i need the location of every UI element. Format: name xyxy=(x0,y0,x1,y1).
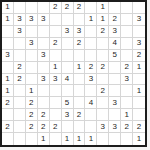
clue-digit: 3 xyxy=(112,27,116,35)
clue-digit: 1 xyxy=(101,3,105,11)
cell-r9c4[interactable] xyxy=(50,109,62,121)
cell-r5c7[interactable]: 2 xyxy=(85,62,97,74)
clue-digit: 3 xyxy=(124,75,128,83)
cell-r7c4[interactable] xyxy=(50,85,62,97)
cell-r4c3[interactable]: 3 xyxy=(38,50,50,62)
cell-r3c5[interactable] xyxy=(62,38,74,50)
cell-r11c10[interactable] xyxy=(121,133,133,145)
clue-digit: 3 xyxy=(77,27,81,35)
cell-r6c10[interactable]: 3 xyxy=(121,74,133,86)
cell-r2c0[interactable] xyxy=(2,26,14,38)
cell-r0c0[interactable]: 1 xyxy=(2,2,14,14)
cell-r2c9[interactable]: 3 xyxy=(109,26,121,38)
cell-r3c6[interactable]: 2 xyxy=(74,38,86,50)
clue-digit: 3 xyxy=(65,27,69,35)
cell-r3c9[interactable]: 4 xyxy=(109,38,121,50)
cell-r5c9[interactable] xyxy=(109,62,121,74)
cell-r11c1[interactable] xyxy=(14,133,26,145)
clue-digit: 1 xyxy=(137,135,141,143)
cell-r10c11[interactable]: 2 xyxy=(133,121,145,133)
clue-digit: 5 xyxy=(112,51,116,59)
puzzle-window: 1222113331123333233224333522112221123343… xyxy=(0,0,150,150)
clue-digit: 2 xyxy=(77,3,81,11)
clue-digit: 2 xyxy=(53,123,57,131)
clue-digit: 2 xyxy=(41,111,45,119)
cell-r0c10[interactable] xyxy=(121,2,133,14)
clue-digit: 2 xyxy=(17,75,21,83)
cell-r10c10[interactable]: 2 xyxy=(121,121,133,133)
clue-digit: 2 xyxy=(53,3,57,11)
clue-digit: 2 xyxy=(77,111,81,119)
cell-r5c3[interactable] xyxy=(38,62,50,74)
cell-r4c6[interactable] xyxy=(74,50,86,62)
cell-r11c5[interactable]: 1 xyxy=(62,133,74,145)
clue-digit: 3 xyxy=(29,39,33,47)
clue-digit: 3 xyxy=(65,111,69,119)
cell-r2c2[interactable] xyxy=(26,26,38,38)
clue-digit: 1 xyxy=(5,75,9,83)
cell-r4c9[interactable]: 5 xyxy=(109,50,121,62)
cell-r11c3[interactable]: 1 xyxy=(38,133,50,145)
cell-r10c8[interactable]: 3 xyxy=(97,121,109,133)
cell-r4c0[interactable]: 3 xyxy=(2,50,14,62)
cell-r2c5[interactable]: 3 xyxy=(62,26,74,38)
cell-r3c4[interactable]: 2 xyxy=(50,38,62,50)
clue-digit: 3 xyxy=(112,99,116,107)
cell-r4c11[interactable]: 2 xyxy=(133,50,145,62)
clue-digit: 2 xyxy=(137,123,141,131)
clue-digit: 1 xyxy=(137,87,141,95)
cell-r3c11[interactable]: 3 xyxy=(133,38,145,50)
cell-r0c9[interactable] xyxy=(109,2,121,14)
cell-r1c10[interactable] xyxy=(121,14,133,26)
cell-r2c1[interactable]: 3 xyxy=(14,26,26,38)
clue-digit: 2 xyxy=(124,123,128,131)
clue-digit: 1 xyxy=(29,87,33,95)
cell-r4c10[interactable] xyxy=(121,50,133,62)
cell-r0c2[interactable] xyxy=(26,2,38,14)
cell-r2c3[interactable] xyxy=(38,26,50,38)
cell-r9c7[interactable] xyxy=(85,109,97,121)
cell-r11c11[interactable]: 1 xyxy=(133,133,145,145)
cell-r5c8[interactable]: 2 xyxy=(97,62,109,74)
cell-r5c11[interactable]: 1 xyxy=(133,62,145,74)
puzzle-board: 1222113331123333233224333522112221123343… xyxy=(0,0,147,147)
cell-r8c4[interactable] xyxy=(50,97,62,109)
cell-r10c7[interactable] xyxy=(85,121,97,133)
cell-r5c4[interactable]: 1 xyxy=(50,62,62,74)
cell-r10c5[interactable] xyxy=(62,121,74,133)
cell-r8c11[interactable] xyxy=(133,97,145,109)
cell-r7c7[interactable] xyxy=(85,85,97,97)
clue-digit: 4 xyxy=(112,39,116,47)
cell-r1c2[interactable]: 3 xyxy=(26,14,38,26)
cell-r10c9[interactable]: 3 xyxy=(109,121,121,133)
clue-digit: 1 xyxy=(5,15,9,23)
clue-digit: 3 xyxy=(89,75,93,83)
clue-digit: 3 xyxy=(41,15,45,23)
clue-digit: 2 xyxy=(17,63,21,71)
cell-r8c7[interactable]: 4 xyxy=(85,97,97,109)
cell-r8c1[interactable] xyxy=(14,97,26,109)
cell-r11c0[interactable] xyxy=(2,133,14,145)
clue-digit: 4 xyxy=(89,99,93,107)
clue-digit: 2 xyxy=(89,63,93,71)
cell-r9c0[interactable] xyxy=(2,109,14,121)
cell-r4c1[interactable] xyxy=(14,50,26,62)
cell-r3c1[interactable] xyxy=(14,38,26,50)
cell-r4c7[interactable] xyxy=(85,50,97,62)
clue-digit: 2 xyxy=(101,63,105,71)
cell-r6c5[interactable]: 4 xyxy=(62,74,74,86)
clue-digit: 2 xyxy=(112,15,116,23)
clue-digit: 1 xyxy=(89,15,93,23)
cell-r1c7[interactable]: 1 xyxy=(85,14,97,26)
cell-r9c1[interactable] xyxy=(14,109,26,121)
clue-digit: 3 xyxy=(17,27,21,35)
clue-digit: 2 xyxy=(5,123,9,131)
cell-r6c9[interactable] xyxy=(109,74,121,86)
cell-r7c5[interactable] xyxy=(62,85,74,97)
cell-r6c3[interactable]: 3 xyxy=(38,74,50,86)
clue-digit: 1 xyxy=(53,63,57,71)
clue-digit: 3 xyxy=(53,75,57,83)
clue-digit: 2 xyxy=(101,87,105,95)
clue-digit: 2 xyxy=(124,63,128,71)
cell-r10c4[interactable]: 2 xyxy=(50,121,62,133)
cell-r9c8[interactable] xyxy=(97,109,109,121)
cell-r8c2[interactable]: 2 xyxy=(26,97,38,109)
clue-digit: 2 xyxy=(65,3,69,11)
clue-digit: 2 xyxy=(29,99,33,107)
cell-r0c11[interactable] xyxy=(133,2,145,14)
cell-r2c11[interactable] xyxy=(133,26,145,38)
clue-digit: 2 xyxy=(5,99,9,107)
cell-r7c11[interactable]: 1 xyxy=(133,85,145,97)
clue-digit: 3 xyxy=(101,123,105,131)
cell-r6c0[interactable]: 1 xyxy=(2,74,14,86)
cell-r11c9[interactable] xyxy=(109,133,121,145)
clue-digit: 4 xyxy=(65,75,69,83)
cell-r1c3[interactable]: 3 xyxy=(38,14,50,26)
cell-r1c0[interactable]: 1 xyxy=(2,14,14,26)
clue-digit: 1 xyxy=(101,15,105,23)
cell-r9c10[interactable]: 1 xyxy=(121,109,133,121)
cell-r7c2[interactable]: 1 xyxy=(26,85,38,97)
cell-r5c1[interactable]: 2 xyxy=(14,62,26,74)
clue-digit: 1 xyxy=(137,63,141,71)
cell-r10c3[interactable]: 2 xyxy=(38,121,50,133)
cell-r9c9[interactable] xyxy=(109,109,121,121)
cell-r0c1[interactable] xyxy=(14,2,26,14)
cell-r10c2[interactable]: 2 xyxy=(26,121,38,133)
cell-r8c8[interactable] xyxy=(97,97,109,109)
clue-digit: 1 xyxy=(5,3,9,11)
cell-r3c3[interactable] xyxy=(38,38,50,50)
clue-digit: 2 xyxy=(53,39,57,47)
cell-r10c0[interactable]: 2 xyxy=(2,121,14,133)
cell-r6c1[interactable]: 2 xyxy=(14,74,26,86)
clue-digit: 2 xyxy=(29,123,33,131)
cell-r11c7[interactable]: 1 xyxy=(85,133,97,145)
cell-r5c2[interactable] xyxy=(26,62,38,74)
cell-r1c6[interactable] xyxy=(74,14,86,26)
cell-r3c8[interactable] xyxy=(97,38,109,50)
clue-digit: 2 xyxy=(41,123,45,131)
cell-r1c8[interactable]: 1 xyxy=(97,14,109,26)
cell-r1c11[interactable]: 3 xyxy=(133,14,145,26)
cell-r5c5[interactable] xyxy=(62,62,74,74)
cell-r6c6[interactable] xyxy=(74,74,86,86)
clue-digit: 3 xyxy=(112,123,116,131)
cell-r7c8[interactable]: 2 xyxy=(97,85,109,97)
clue-digit: 3 xyxy=(5,51,9,59)
cell-r7c6[interactable] xyxy=(74,85,86,97)
cell-r9c6[interactable]: 2 xyxy=(74,109,86,121)
cell-r6c4[interactable]: 3 xyxy=(50,74,62,86)
cell-r1c9[interactable]: 2 xyxy=(109,14,121,26)
cell-r11c8[interactable] xyxy=(97,133,109,145)
clue-digit: 1 xyxy=(77,135,81,143)
cell-r0c8[interactable]: 1 xyxy=(97,2,109,14)
clue-digit: 1 xyxy=(41,135,45,143)
clue-digit: 3 xyxy=(137,15,141,23)
cell-r5c0[interactable] xyxy=(2,62,14,74)
cell-r7c0[interactable]: 1 xyxy=(2,85,14,97)
clue-digit: 1 xyxy=(65,135,69,143)
clue-digit: 3 xyxy=(17,15,21,23)
cell-r3c10[interactable] xyxy=(121,38,133,50)
clue-digit: 2 xyxy=(77,39,81,47)
clue-digit: 1 xyxy=(5,87,9,95)
cell-r3c7[interactable] xyxy=(85,38,97,50)
cell-r1c5[interactable] xyxy=(62,14,74,26)
cell-r2c7[interactable] xyxy=(85,26,97,38)
cell-r8c9[interactable]: 3 xyxy=(109,97,121,109)
cell-r0c7[interactable] xyxy=(85,2,97,14)
cell-r9c11[interactable] xyxy=(133,109,145,121)
cell-r4c2[interactable] xyxy=(26,50,38,62)
cell-r7c1[interactable] xyxy=(14,85,26,97)
cell-r6c7[interactable]: 3 xyxy=(85,74,97,86)
clue-digit: 1 xyxy=(89,135,93,143)
cell-r0c3[interactable] xyxy=(38,2,50,14)
cell-r8c3[interactable] xyxy=(38,97,50,109)
cell-r6c8[interactable] xyxy=(97,74,109,86)
cell-r6c2[interactable] xyxy=(26,74,38,86)
cell-r2c4[interactable] xyxy=(50,26,62,38)
cell-r9c3[interactable]: 2 xyxy=(38,109,50,121)
cell-r3c2[interactable]: 3 xyxy=(26,38,38,50)
clue-digit: 3 xyxy=(41,75,45,83)
cell-r8c6[interactable] xyxy=(74,97,86,109)
cell-r0c5[interactable]: 2 xyxy=(62,2,74,14)
cell-r10c6[interactable] xyxy=(74,121,86,133)
cell-r0c4[interactable]: 2 xyxy=(50,2,62,14)
clue-digit: 3 xyxy=(137,39,141,47)
cell-r4c5[interactable] xyxy=(62,50,74,62)
cell-r7c10[interactable] xyxy=(121,85,133,97)
cell-r5c6[interactable]: 1 xyxy=(74,62,86,74)
clue-digit: 2 xyxy=(29,111,33,119)
cell-r8c0[interactable]: 2 xyxy=(2,97,14,109)
cell-r2c6[interactable]: 3 xyxy=(74,26,86,38)
cell-r10c1[interactable] xyxy=(14,121,26,133)
cell-r2c8[interactable]: 2 xyxy=(97,26,109,38)
clue-digit: 2 xyxy=(101,27,105,35)
clue-digit: 5 xyxy=(65,99,69,107)
cell-r4c8[interactable] xyxy=(97,50,109,62)
clue-digit: 2 xyxy=(137,51,141,59)
cell-r3c0[interactable] xyxy=(2,38,14,50)
cell-r2c10[interactable] xyxy=(121,26,133,38)
cell-r7c3[interactable] xyxy=(38,85,50,97)
clue-digit: 1 xyxy=(77,63,81,71)
cell-r6c11[interactable] xyxy=(133,74,145,86)
cell-r11c4[interactable] xyxy=(50,133,62,145)
cell-r1c4[interactable] xyxy=(50,14,62,26)
clue-digit: 3 xyxy=(41,51,45,59)
clue-digit: 1 xyxy=(124,111,128,119)
cell-r4c4[interactable] xyxy=(50,50,62,62)
clue-digit: 3 xyxy=(29,15,33,23)
cell-r1c1[interactable]: 3 xyxy=(14,14,26,26)
cell-r11c6[interactable]: 1 xyxy=(74,133,86,145)
cell-r11c2[interactable] xyxy=(26,133,38,145)
cell-r7c9[interactable] xyxy=(109,85,121,97)
cell-r8c10[interactable] xyxy=(121,97,133,109)
cell-r0c6[interactable]: 2 xyxy=(74,2,86,14)
cell-r5c10[interactable]: 2 xyxy=(121,62,133,74)
cell-r9c5[interactable]: 3 xyxy=(62,109,74,121)
cell-r9c2[interactable]: 2 xyxy=(26,109,38,121)
cell-r8c5[interactable]: 5 xyxy=(62,97,74,109)
